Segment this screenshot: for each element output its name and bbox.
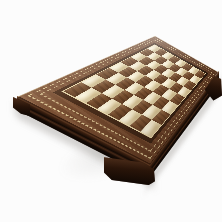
product-photo (0, 0, 222, 222)
